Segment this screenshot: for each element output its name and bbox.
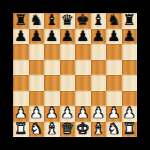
square-e1[interactable]: ♚ <box>75 122 91 138</box>
piece-black-bishop: ♝ <box>45 13 58 29</box>
square-c4[interactable] <box>44 75 60 91</box>
piece-black-king: ♚ <box>76 13 89 29</box>
square-d1[interactable]: ♛ <box>60 122 76 138</box>
piece-white-bishop: ♝ <box>92 121 105 137</box>
piece-white-pawn: ♟ <box>123 106 136 122</box>
square-h7[interactable]: ♟ <box>122 29 138 45</box>
square-g4[interactable] <box>106 75 122 91</box>
piece-white-pawn: ♟ <box>14 106 27 122</box>
piece-white-rook: ♜ <box>14 121 27 137</box>
square-h4[interactable] <box>122 75 138 91</box>
square-h5[interactable] <box>122 60 138 76</box>
square-b4[interactable] <box>29 75 45 91</box>
square-a1[interactable]: ♜ <box>13 122 29 138</box>
piece-black-pawn: ♟ <box>76 28 89 44</box>
square-h6[interactable] <box>122 44 138 60</box>
square-c7[interactable]: ♟ <box>44 29 60 45</box>
square-h1[interactable]: ♜ <box>122 122 138 138</box>
square-g1[interactable]: ♞ <box>106 122 122 138</box>
square-e4[interactable] <box>75 75 91 91</box>
square-f1[interactable]: ♝ <box>91 122 107 138</box>
chess-board: ♜♞♝♛♚♝♞♜♟♟♟♟♟♟♟♟♟♟♟♟♟♟♟♟♜♞♝♛♚♝♞♜ <box>13 13 137 137</box>
square-g7[interactable]: ♟ <box>106 29 122 45</box>
piece-black-pawn: ♟ <box>107 28 120 44</box>
piece-white-pawn: ♟ <box>76 106 89 122</box>
piece-white-knight: ♞ <box>107 121 120 137</box>
piece-white-pawn: ♟ <box>107 106 120 122</box>
piece-white-pawn: ♟ <box>61 106 74 122</box>
square-b1[interactable]: ♞ <box>29 122 45 138</box>
piece-white-bishop: ♝ <box>45 121 58 137</box>
square-c6[interactable] <box>44 44 60 60</box>
square-b7[interactable]: ♟ <box>29 29 45 45</box>
scene-background: ♜♞♝♛♚♝♞♜♟♟♟♟♟♟♟♟♟♟♟♟♟♟♟♟♜♞♝♛♚♝♞♜ <box>0 0 150 150</box>
square-f5[interactable] <box>91 60 107 76</box>
square-a6[interactable] <box>13 44 29 60</box>
piece-white-pawn: ♟ <box>45 106 58 122</box>
square-f7[interactable]: ♟ <box>91 29 107 45</box>
piece-white-rook: ♜ <box>123 121 136 137</box>
square-b5[interactable] <box>29 60 45 76</box>
piece-white-queen: ♛ <box>61 121 74 137</box>
piece-black-pawn: ♟ <box>14 28 27 44</box>
square-g5[interactable] <box>106 60 122 76</box>
square-d5[interactable] <box>60 60 76 76</box>
square-d6[interactable] <box>60 44 76 60</box>
piece-white-king: ♚ <box>76 121 89 137</box>
square-a4[interactable] <box>13 75 29 91</box>
piece-black-pawn: ♟ <box>92 28 105 44</box>
piece-black-knight: ♞ <box>30 13 43 29</box>
square-a5[interactable] <box>13 60 29 76</box>
square-c5[interactable] <box>44 60 60 76</box>
piece-white-pawn: ♟ <box>30 106 43 122</box>
piece-black-pawn: ♟ <box>61 28 74 44</box>
piece-black-pawn: ♟ <box>123 28 136 44</box>
square-b6[interactable] <box>29 44 45 60</box>
piece-white-knight: ♞ <box>30 121 43 137</box>
piece-black-rook: ♜ <box>14 13 27 29</box>
piece-black-pawn: ♟ <box>30 28 43 44</box>
piece-black-bishop: ♝ <box>92 13 105 29</box>
piece-black-knight: ♞ <box>107 13 120 29</box>
piece-black-queen: ♛ <box>61 13 74 29</box>
piece-black-pawn: ♟ <box>45 28 58 44</box>
square-g6[interactable] <box>106 44 122 60</box>
square-e6[interactable] <box>75 44 91 60</box>
square-d4[interactable] <box>60 75 76 91</box>
square-f6[interactable] <box>91 44 107 60</box>
piece-white-pawn: ♟ <box>92 106 105 122</box>
square-c1[interactable]: ♝ <box>44 122 60 138</box>
square-d7[interactable]: ♟ <box>60 29 76 45</box>
square-e7[interactable]: ♟ <box>75 29 91 45</box>
square-f4[interactable] <box>91 75 107 91</box>
piece-black-rook: ♜ <box>123 13 136 29</box>
square-e5[interactable] <box>75 60 91 76</box>
square-a7[interactable]: ♟ <box>13 29 29 45</box>
